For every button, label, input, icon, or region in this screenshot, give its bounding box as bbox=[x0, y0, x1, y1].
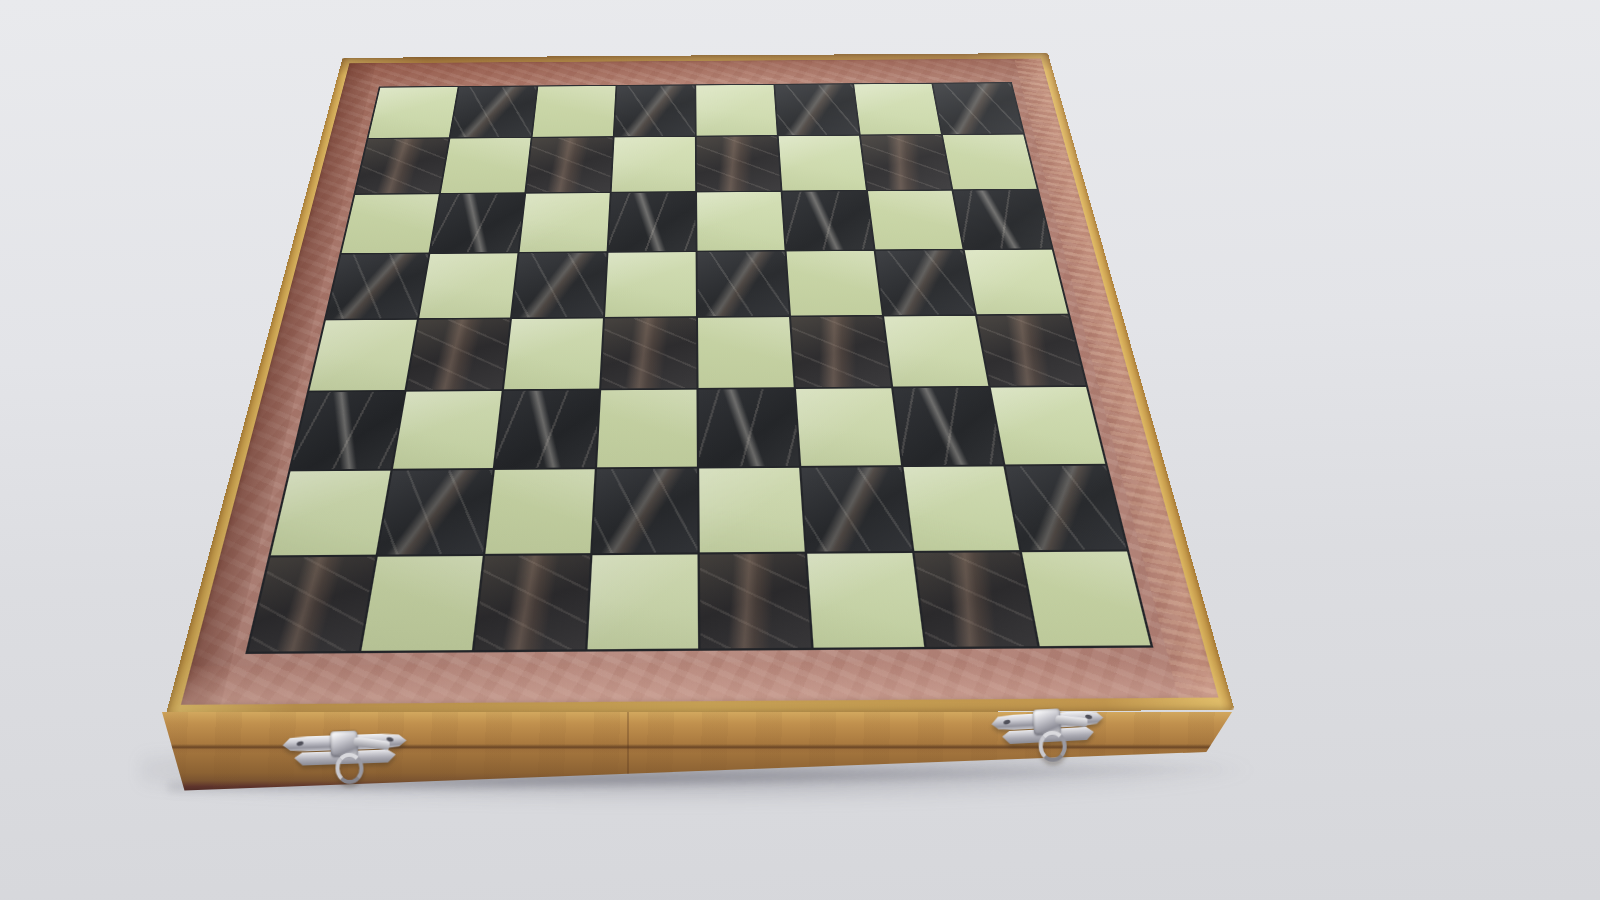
square-b4[interactable] bbox=[407, 319, 510, 390]
square-g2[interactable] bbox=[903, 466, 1019, 551]
square-g6[interactable] bbox=[868, 190, 963, 249]
square-e1[interactable] bbox=[700, 554, 811, 648]
square-d1[interactable] bbox=[587, 555, 698, 650]
photo-scene bbox=[0, 0, 1600, 900]
square-b3[interactable] bbox=[393, 391, 502, 468]
square-h3[interactable] bbox=[991, 387, 1105, 464]
square-g8[interactable] bbox=[854, 84, 941, 135]
marble-border-top bbox=[345, 59, 1046, 82]
square-a6[interactable] bbox=[342, 194, 439, 253]
square-f2[interactable] bbox=[801, 467, 912, 552]
square-d8[interactable] bbox=[615, 85, 695, 136]
square-f1[interactable] bbox=[807, 553, 924, 647]
square-c8[interactable] bbox=[533, 86, 616, 137]
square-e3[interactable] bbox=[699, 389, 799, 466]
square-d7[interactable] bbox=[612, 137, 696, 192]
square-f7[interactable] bbox=[779, 136, 866, 191]
square-d2[interactable] bbox=[593, 468, 698, 553]
square-b7[interactable] bbox=[441, 138, 531, 193]
square-g1[interactable] bbox=[915, 552, 1038, 646]
square-f3[interactable] bbox=[796, 388, 901, 465]
square-c1[interactable] bbox=[474, 555, 590, 650]
square-b6[interactable] bbox=[431, 193, 525, 252]
square-e8[interactable] bbox=[696, 85, 777, 136]
square-e5[interactable] bbox=[698, 252, 789, 317]
square-h4[interactable] bbox=[977, 315, 1085, 385]
square-f8[interactable] bbox=[775, 84, 859, 135]
square-a7[interactable] bbox=[356, 138, 449, 193]
square-b5[interactable] bbox=[419, 254, 517, 319]
square-c2[interactable] bbox=[485, 469, 595, 554]
square-f6[interactable] bbox=[782, 191, 873, 250]
square-c6[interactable] bbox=[520, 193, 610, 252]
square-e4[interactable] bbox=[698, 317, 794, 388]
square-g3[interactable] bbox=[893, 387, 1003, 464]
square-a4[interactable] bbox=[309, 320, 416, 391]
latch-ring-icon bbox=[335, 752, 364, 784]
chess-case-lid bbox=[165, 53, 1234, 717]
square-a5[interactable] bbox=[326, 254, 428, 319]
latch-right bbox=[991, 704, 1106, 762]
square-c4[interactable] bbox=[504, 318, 603, 389]
square-c3[interactable] bbox=[495, 390, 599, 467]
square-h5[interactable] bbox=[965, 250, 1068, 314]
square-d3[interactable] bbox=[597, 389, 697, 466]
marble-border-bottom bbox=[181, 659, 1219, 705]
square-e2[interactable] bbox=[699, 467, 805, 552]
square-g7[interactable] bbox=[861, 135, 951, 190]
square-g4[interactable] bbox=[884, 316, 988, 386]
square-e6[interactable] bbox=[697, 192, 785, 251]
square-e7[interactable] bbox=[697, 136, 781, 191]
square-g5[interactable] bbox=[876, 250, 975, 314]
marble-border bbox=[181, 59, 1219, 705]
latch-left bbox=[282, 727, 408, 783]
square-b8[interactable] bbox=[451, 87, 537, 138]
square-c5[interactable] bbox=[512, 253, 606, 318]
square-a1[interactable] bbox=[248, 557, 375, 652]
square-c7[interactable] bbox=[526, 137, 612, 192]
square-h8[interactable] bbox=[933, 83, 1023, 133]
chess-board bbox=[245, 82, 1153, 654]
square-a3[interactable] bbox=[291, 391, 404, 469]
square-h6[interactable] bbox=[953, 190, 1051, 249]
square-a8[interactable] bbox=[369, 87, 458, 138]
square-f4[interactable] bbox=[791, 316, 891, 386]
square-h1[interactable] bbox=[1022, 552, 1150, 646]
square-h7[interactable] bbox=[943, 134, 1037, 189]
latch-ring-icon bbox=[1038, 730, 1068, 762]
square-b2[interactable] bbox=[378, 469, 493, 554]
square-d4[interactable] bbox=[601, 318, 696, 389]
square-f5[interactable] bbox=[787, 251, 882, 316]
square-h2[interactable] bbox=[1006, 465, 1127, 550]
square-d5[interactable] bbox=[605, 252, 696, 317]
square-d6[interactable] bbox=[609, 192, 696, 251]
square-b1[interactable] bbox=[361, 556, 482, 651]
square-a2[interactable] bbox=[271, 470, 391, 555]
